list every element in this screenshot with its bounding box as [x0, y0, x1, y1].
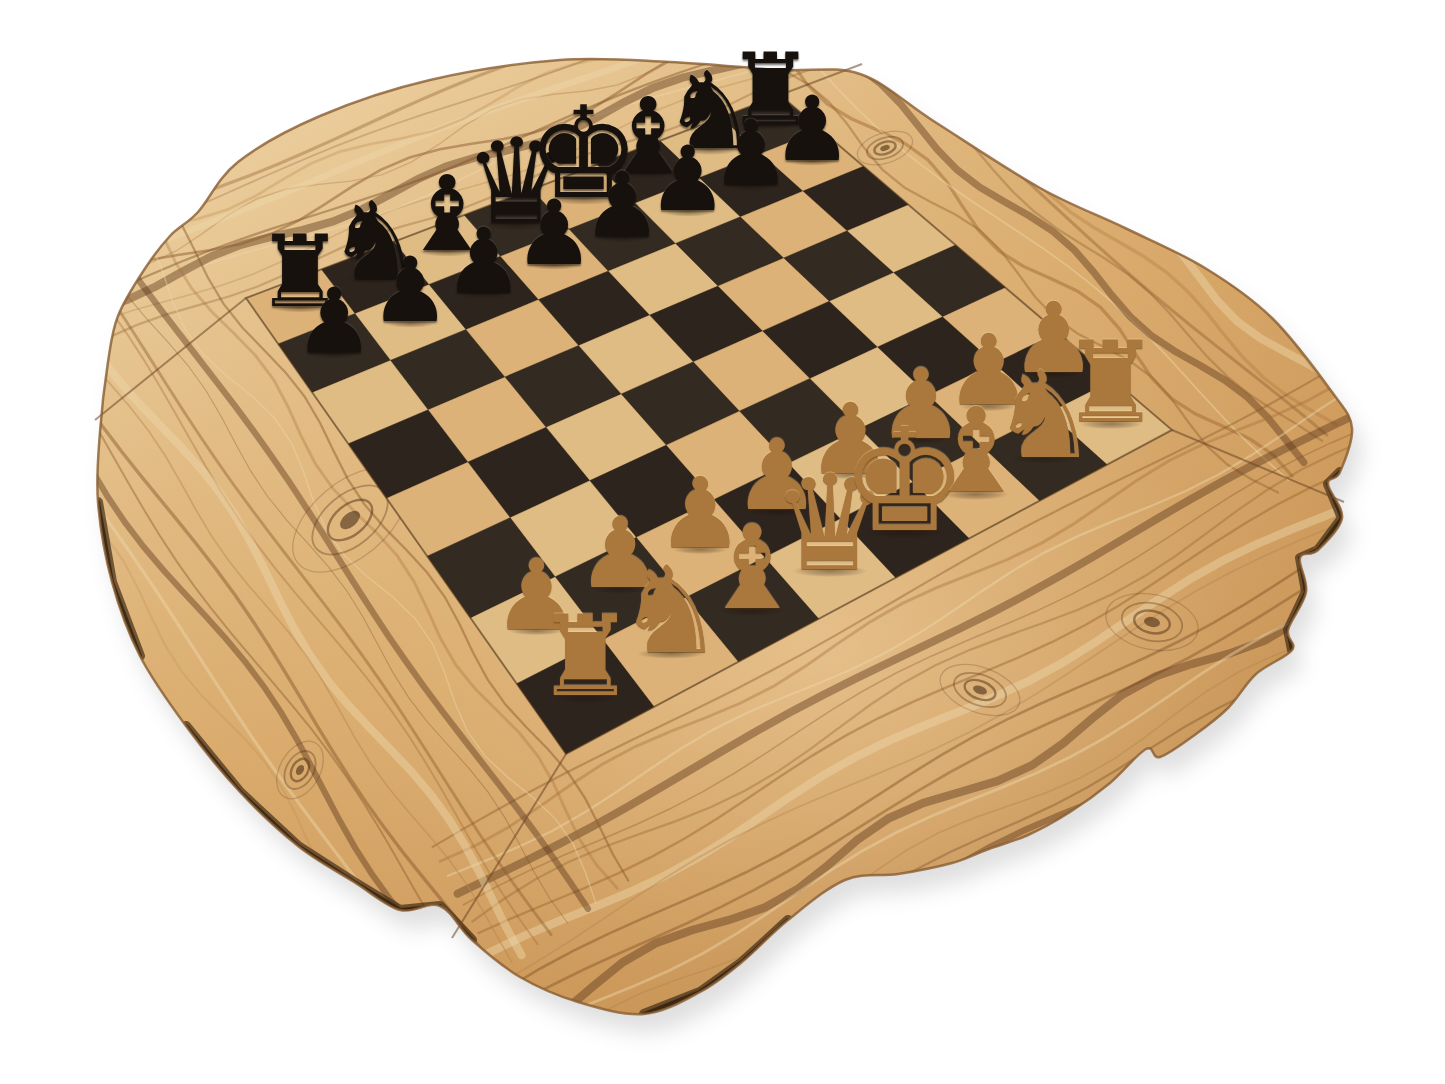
- piece-black-pawn[interactable]: ♟: [294, 277, 374, 367]
- piece-glyph: ♜: [1060, 327, 1160, 439]
- piece-glyph: ♟: [294, 277, 374, 367]
- piece-glyph: ♟: [443, 217, 523, 307]
- piece-glyph: ♟: [772, 84, 852, 174]
- piece-glyph: ♟: [370, 246, 450, 336]
- chess-board-photo: ♜♞♝♛♚♝♞♜♟♟♟♟♟♟♟♟♟♟♟♟♟♟♟♟♜♞♝♛♚♝♞♜: [0, 0, 1445, 1084]
- piece-black-pawn[interactable]: ♟: [443, 217, 523, 307]
- piece-black-pawn[interactable]: ♟: [772, 84, 852, 174]
- piece-white-rook[interactable]: ♜: [1060, 327, 1160, 439]
- piece-black-pawn[interactable]: ♟: [370, 246, 450, 336]
